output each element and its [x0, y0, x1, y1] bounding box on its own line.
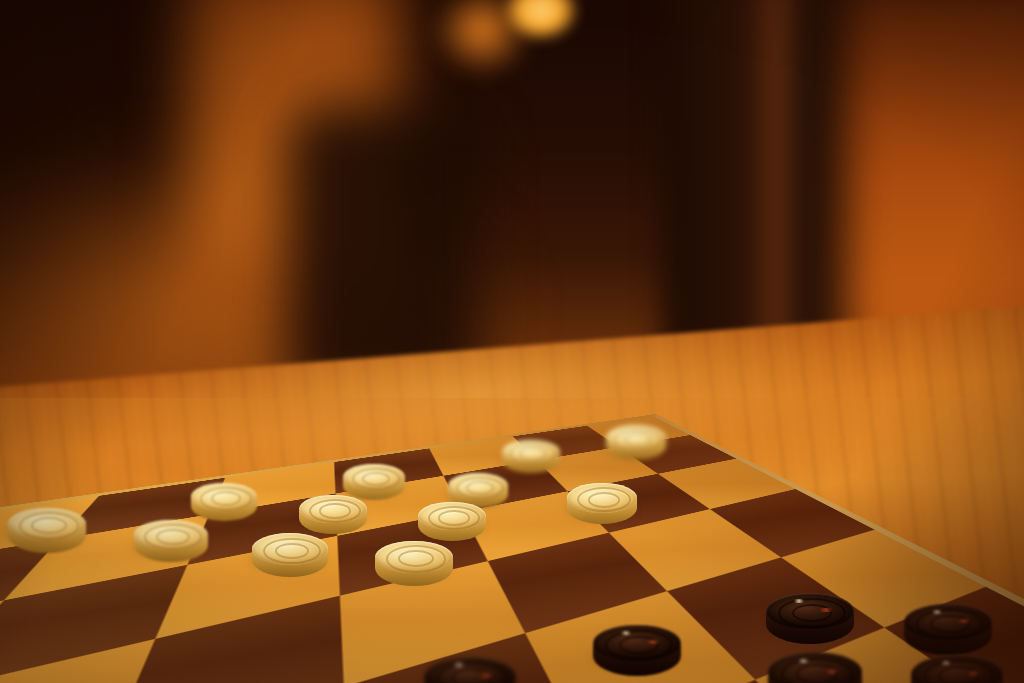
piece-top-face — [768, 652, 862, 683]
piece-groove-inner — [156, 529, 190, 545]
piece-top-face — [593, 625, 681, 662]
piece-top-face — [343, 464, 405, 490]
checker-piece-light-w4[interactable] — [191, 483, 257, 521]
photo-scene — [0, 0, 1024, 683]
red-reflection-glint — [823, 669, 842, 674]
piece-groove-inner — [319, 503, 350, 518]
specular-glint — [796, 659, 811, 663]
checker-piece-light-w2[interactable] — [502, 440, 560, 474]
piece-groove-inner — [519, 447, 546, 461]
checker-piece-dark-b3[interactable] — [904, 604, 992, 655]
piece-top-face — [904, 604, 992, 641]
piece-top-face — [567, 483, 637, 512]
piece-groove-inner — [792, 604, 831, 623]
red-reflection-glint — [477, 673, 495, 678]
checker-piece-light-w5[interactable] — [567, 483, 637, 524]
specular-glint — [792, 599, 806, 603]
specular-glint — [619, 631, 633, 635]
checker-piece-dark-b4[interactable] — [766, 593, 854, 644]
piece-groove-inner — [624, 433, 652, 447]
checker-piece-dark-b1[interactable] — [593, 625, 681, 676]
checker-piece-dark-b6[interactable] — [768, 652, 862, 683]
piece-groove-inner — [466, 481, 494, 495]
checker-piece-light-w8[interactable] — [134, 520, 208, 563]
checker-piece-light-w12[interactable] — [8, 508, 86, 553]
checker-piece-light-w7[interactable] — [299, 495, 367, 534]
piece-top-face — [299, 495, 367, 523]
checker-piece-light-w11[interactable] — [252, 533, 328, 577]
checker-piece-light-w1[interactable] — [606, 425, 666, 460]
checker-piece-light-w10[interactable] — [375, 541, 453, 586]
piece-top-face — [418, 502, 486, 530]
piece-top-face — [8, 508, 86, 541]
piece-groove-inner — [588, 492, 620, 508]
checker-piece-light-w9[interactable] — [418, 502, 486, 541]
piece-top-face — [606, 425, 666, 450]
piece-top-face — [424, 657, 516, 683]
piece-top-face — [134, 520, 208, 551]
specular-glint — [930, 610, 944, 614]
piece-top-face — [191, 483, 257, 511]
piece-top-face — [252, 533, 328, 565]
piece-groove-inner — [619, 636, 658, 655]
checker-piece-dark-b5[interactable] — [911, 655, 1003, 683]
checker-piece-dark-b2[interactable] — [424, 657, 516, 683]
piece-groove-inner — [796, 664, 838, 683]
piece-groove-inner — [930, 615, 969, 634]
piece-top-face — [502, 440, 560, 464]
piece-top-face — [375, 541, 453, 574]
piece-top-face — [766, 593, 854, 630]
red-reflection-glint — [964, 671, 982, 676]
piece-groove-inner — [438, 510, 469, 525]
piece-top-face — [448, 473, 508, 498]
piece-top-face — [911, 655, 1003, 683]
